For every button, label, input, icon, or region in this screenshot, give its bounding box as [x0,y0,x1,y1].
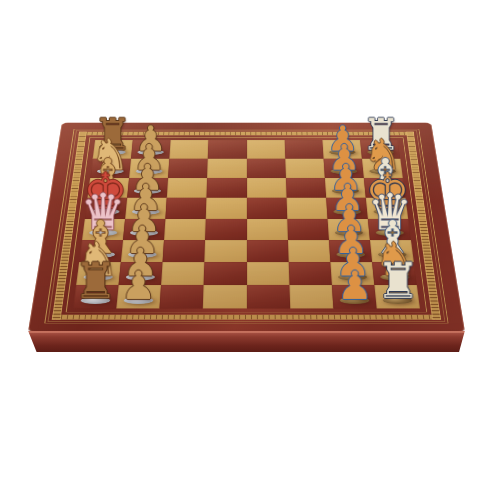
chess-board: ♜♟♟♜♞♟♟♞♝♟♟♝♚♟♟♚♛♟♟♛♝♟♟♝♞♟♟♞♜♟♟♜ [28,123,465,332]
piece-glyph: ♜ [50,259,140,304]
piece-glyph: ♜ [353,259,443,304]
product-photo: ♜♟♟♜♞♟♟♞♝♟♟♝♚♟♟♚♛♟♟♛♝♟♟♝♞♟♟♞♜♟♟♜ [0,0,480,480]
board-edge [26,331,467,352]
